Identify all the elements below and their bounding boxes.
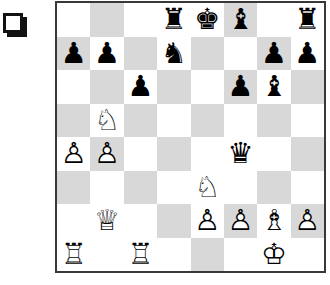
square-h7[interactable]: ♟ xyxy=(291,37,324,71)
piece-black-pawn[interactable]: ♟ xyxy=(91,37,124,70)
square-f4[interactable]: ♛ xyxy=(224,137,257,171)
square-e5[interactable] xyxy=(191,104,224,138)
square-e3[interactable]: ♞♘ xyxy=(191,171,224,205)
piece-outline-layer: ♙ xyxy=(91,137,124,170)
square-h6[interactable] xyxy=(291,70,324,104)
square-b6[interactable] xyxy=(90,70,123,104)
square-d6[interactable] xyxy=(157,70,190,104)
piece-black-pawn[interactable]: ♟ xyxy=(257,37,290,70)
piece-outline-layer: ♙ xyxy=(191,204,224,237)
square-b7[interactable]: ♟ xyxy=(90,37,123,71)
square-b5[interactable]: ♞♘ xyxy=(90,104,123,138)
square-c6[interactable]: ♟ xyxy=(124,70,157,104)
square-b4[interactable]: ♟♙ xyxy=(90,137,123,171)
square-h5[interactable] xyxy=(291,104,324,138)
square-c4[interactable] xyxy=(124,137,157,171)
square-f2[interactable]: ♟♙ xyxy=(224,204,257,238)
piece-black-king[interactable]: ♚ xyxy=(191,3,224,36)
square-f3[interactable] xyxy=(224,171,257,205)
piece-outline-layer: ♗ xyxy=(257,204,290,237)
piece-white-bishop[interactable]: ♝♗ xyxy=(257,204,290,237)
square-g5[interactable] xyxy=(257,104,290,138)
piece-black-knight[interactable]: ♞ xyxy=(157,37,190,70)
piece-outline-layer: ♙ xyxy=(224,204,257,237)
square-f7[interactable] xyxy=(224,37,257,71)
square-b3[interactable] xyxy=(90,171,123,205)
piece-outline-layer: ♖ xyxy=(57,238,90,271)
piece-outline-layer: ♙ xyxy=(291,204,324,237)
piece-black-pawn[interactable]: ♟ xyxy=(124,70,157,103)
square-g8[interactable] xyxy=(257,3,290,37)
chess-board: ♜♚♝♜♟♟♞♟♟♟♟♝♞♘♟♙♟♙♛♞♘♛♕♟♙♟♙♝♗♟♙♜♖♜♖♚♔ xyxy=(55,1,326,273)
piece-outline-layer: ♕ xyxy=(91,204,124,237)
piece-white-rook[interactable]: ♜♖ xyxy=(124,238,157,271)
square-b2[interactable]: ♛♕ xyxy=(90,204,123,238)
square-h2[interactable]: ♟♙ xyxy=(291,204,324,238)
square-g6[interactable]: ♝ xyxy=(257,70,290,104)
piece-black-bishop[interactable]: ♝ xyxy=(224,3,257,36)
square-h1[interactable] xyxy=(291,238,324,272)
piece-black-pawn[interactable]: ♟ xyxy=(224,70,257,103)
square-a2[interactable] xyxy=(57,204,90,238)
square-d4[interactable] xyxy=(157,137,190,171)
square-h3[interactable] xyxy=(291,171,324,205)
square-c2[interactable] xyxy=(124,204,157,238)
square-f8[interactable]: ♝ xyxy=(224,3,257,37)
square-a8[interactable] xyxy=(57,3,90,37)
square-c7[interactable] xyxy=(124,37,157,71)
square-d3[interactable] xyxy=(157,171,190,205)
square-d2[interactable] xyxy=(157,204,190,238)
piece-outline-layer: ♘ xyxy=(91,104,124,137)
square-b8[interactable] xyxy=(90,3,123,37)
square-c5[interactable] xyxy=(124,104,157,138)
square-e4[interactable] xyxy=(191,137,224,171)
square-e1[interactable] xyxy=(191,238,224,272)
piece-white-pawn[interactable]: ♟♙ xyxy=(224,204,257,237)
piece-outline-layer: ♖ xyxy=(124,238,157,271)
piece-white-king[interactable]: ♚♔ xyxy=(257,238,290,271)
piece-black-pawn[interactable]: ♟ xyxy=(57,37,90,70)
square-h4[interactable] xyxy=(291,137,324,171)
piece-white-knight[interactable]: ♞♘ xyxy=(91,104,124,137)
square-c8[interactable] xyxy=(124,3,157,37)
square-g7[interactable]: ♟ xyxy=(257,37,290,71)
square-d5[interactable] xyxy=(157,104,190,138)
square-g1[interactable]: ♚♔ xyxy=(257,238,290,272)
square-c3[interactable] xyxy=(124,171,157,205)
piece-black-pawn[interactable]: ♟ xyxy=(291,37,324,70)
piece-white-rook[interactable]: ♜♖ xyxy=(57,238,90,271)
square-e7[interactable] xyxy=(191,37,224,71)
piece-black-rook[interactable]: ♜ xyxy=(291,3,324,36)
square-h8[interactable]: ♜ xyxy=(291,3,324,37)
square-d7[interactable]: ♞ xyxy=(157,37,190,71)
square-d1[interactable] xyxy=(157,238,190,272)
square-g4[interactable] xyxy=(257,137,290,171)
piece-outline-layer: ♔ xyxy=(257,238,290,271)
piece-outline-layer: ♘ xyxy=(191,171,224,204)
square-a7[interactable]: ♟ xyxy=(57,37,90,71)
square-a4[interactable]: ♟♙ xyxy=(57,137,90,171)
piece-white-pawn[interactable]: ♟♙ xyxy=(291,204,324,237)
side-to-move-indicator xyxy=(3,13,23,33)
square-e8[interactable]: ♚ xyxy=(191,3,224,37)
square-e2[interactable]: ♟♙ xyxy=(191,204,224,238)
piece-white-pawn[interactable]: ♟♙ xyxy=(191,204,224,237)
square-a6[interactable] xyxy=(57,70,90,104)
piece-white-pawn[interactable]: ♟♙ xyxy=(91,137,124,170)
square-b1[interactable] xyxy=(90,238,123,272)
piece-outline-layer: ♙ xyxy=(57,137,90,170)
square-a3[interactable] xyxy=(57,171,90,205)
piece-white-knight[interactable]: ♞♘ xyxy=(191,171,224,204)
square-f5[interactable] xyxy=(224,104,257,138)
square-a1[interactable]: ♜♖ xyxy=(57,238,90,272)
piece-white-queen[interactable]: ♛♕ xyxy=(91,204,124,237)
square-e6[interactable] xyxy=(191,70,224,104)
square-f6[interactable]: ♟ xyxy=(224,70,257,104)
square-g2[interactable]: ♝♗ xyxy=(257,204,290,238)
square-d8[interactable]: ♜ xyxy=(157,3,190,37)
piece-black-rook[interactable]: ♜ xyxy=(157,3,190,36)
square-f1[interactable] xyxy=(224,238,257,272)
piece-white-pawn[interactable]: ♟♙ xyxy=(57,137,90,170)
square-g3[interactable] xyxy=(257,171,290,205)
piece-black-queen[interactable]: ♛ xyxy=(224,137,257,170)
square-c1[interactable]: ♜♖ xyxy=(124,238,157,272)
square-a5[interactable] xyxy=(57,104,90,138)
piece-black-bishop[interactable]: ♝ xyxy=(257,70,290,103)
